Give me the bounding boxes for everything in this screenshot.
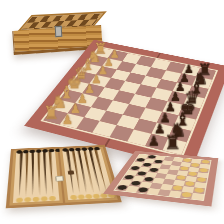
checkers-board-grid: ●●●●●●●●●●●●●●●●●●●●●●●● (115, 154, 211, 200)
backgammon-point[interactable] (31, 151, 34, 196)
checkers-board: ●●●●●●●●●●●●●●●●●●●●●●●● (110, 120, 224, 224)
die-dark[interactable] (68, 171, 75, 175)
backgammon-checker-light[interactable]: ● (24, 196, 32, 203)
product-photo-canvas: ♜♟♟♜♞♟♟♞♝♟♟♝♛♟♟♛♚♟♟♚♝♟♟♝♞♟♟♞♜♟♟♜ ●●●●●●●… (0, 0, 224, 224)
die-light[interactable] (55, 176, 64, 182)
backgammon-point[interactable] (18, 152, 23, 197)
backgammon-point[interactable] (48, 151, 54, 195)
backgammon-point[interactable] (37, 151, 41, 196)
backgammon-light-checkers-row: ●●●●● (15, 195, 57, 204)
backgammon-checker-light[interactable]: ● (49, 195, 57, 202)
backgammon-checker-dark[interactable]: ● (93, 146, 100, 151)
backgammon-point[interactable] (25, 152, 29, 197)
backgammon-point[interactable] (94, 149, 108, 193)
backgammon-surface: ●●●●●●●●●●●● ●●●●●●●●●●●● (6, 145, 122, 208)
backgammon-checker-light[interactable]: ● (32, 196, 40, 203)
checkers-square[interactable] (191, 193, 204, 200)
backgammon-point[interactable] (88, 149, 101, 193)
backgammon-checker-light[interactable]: ● (16, 197, 24, 204)
checkers-frame: ●●●●●●●●●●●●●●●●●●●●●●●● (113, 154, 211, 201)
backgammon-point[interactable] (83, 149, 95, 193)
checkers-surface: ●●●●●●●●●●●●●●●●●●●●●●●● (103, 151, 218, 207)
backgammon-point[interactable] (43, 151, 48, 195)
backgammon-checker-light[interactable]: ● (41, 195, 49, 202)
backgammon-board: ●●●●●●●●●●●● ●●●●●●●●●●●● (0, 120, 122, 224)
